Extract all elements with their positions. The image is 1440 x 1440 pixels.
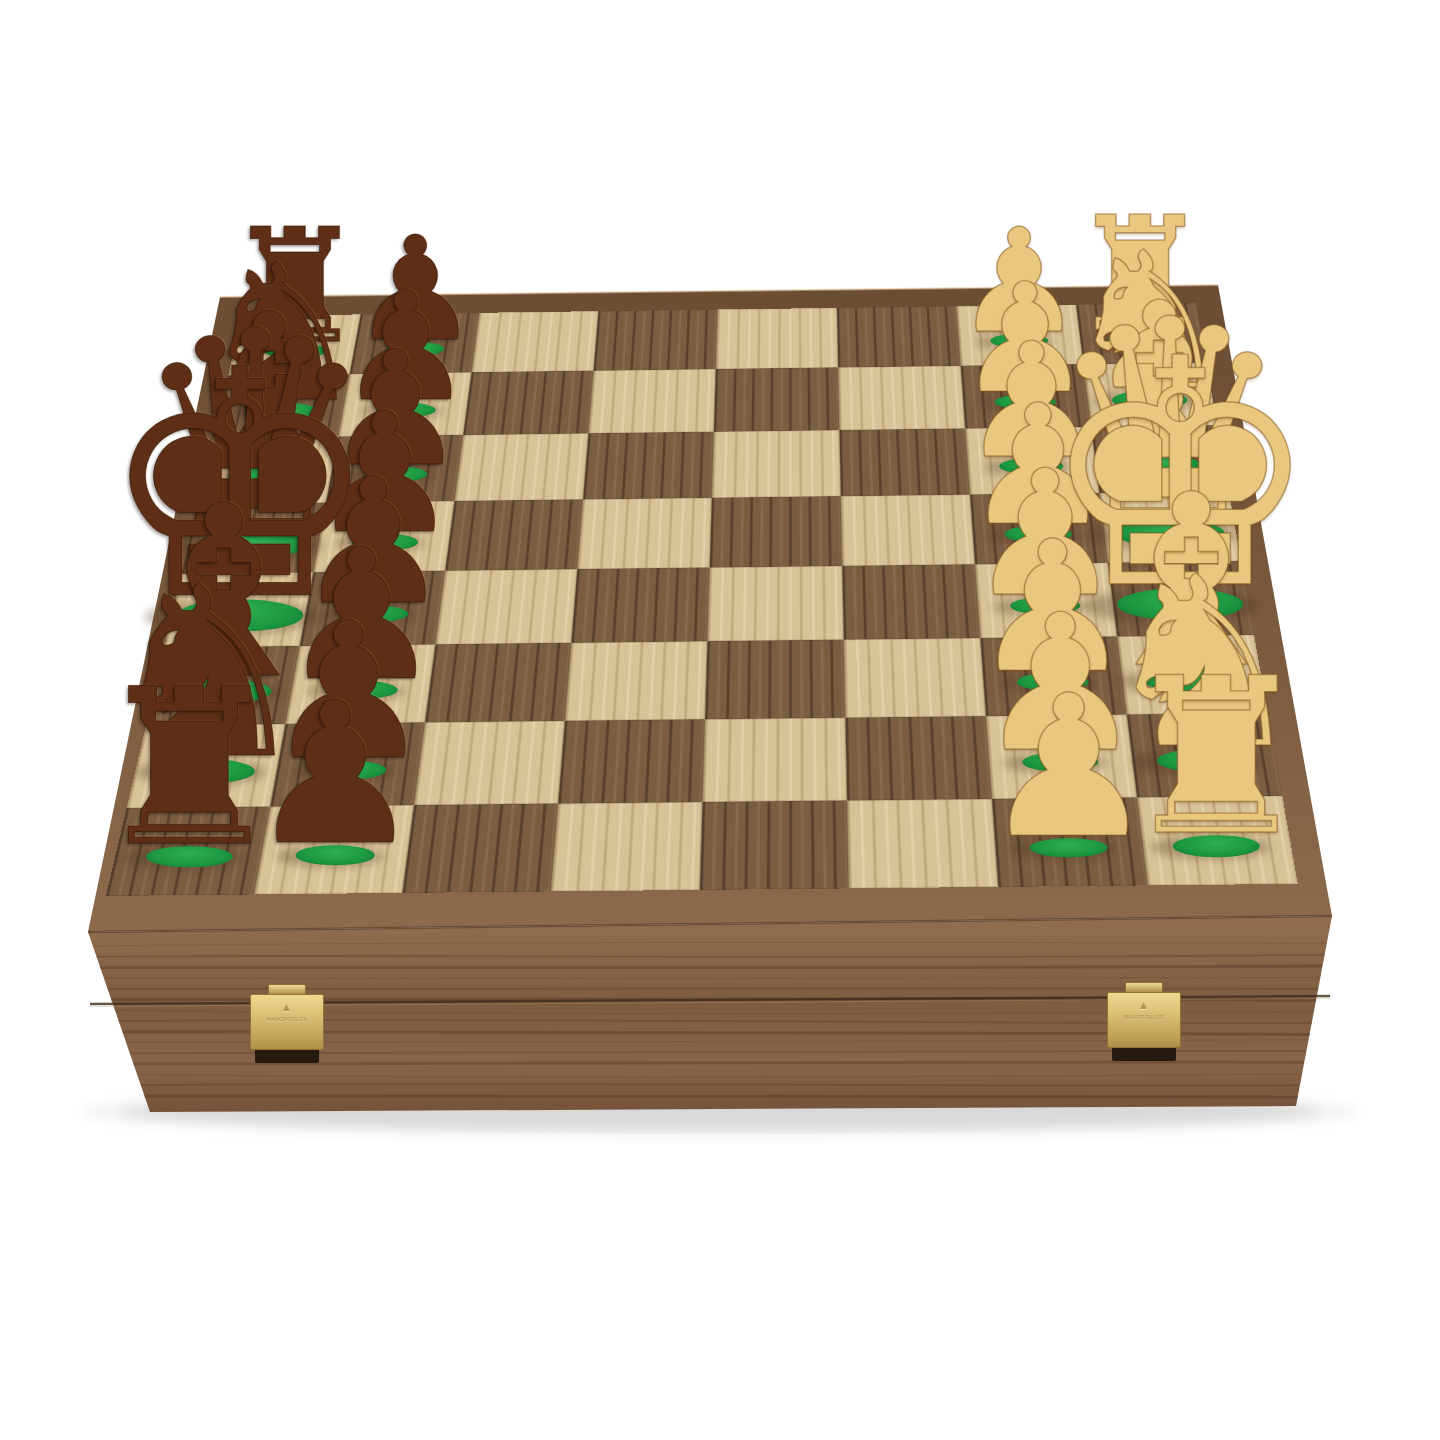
left-latch-clasp[interactable]: ▲ MANOPOULOS [250, 984, 324, 1063]
square-c5[interactable] [583, 432, 714, 500]
brand-engraving: MANOPOULOS [1113, 1014, 1174, 1019]
square-e6[interactable] [435, 569, 577, 644]
square-a6[interactable] [472, 311, 599, 372]
square-d5[interactable] [577, 498, 711, 569]
square-g4[interactable] [702, 718, 847, 802]
piece-bp-h7[interactable]: ♟ [247, 677, 423, 873]
square-b3[interactable] [838, 366, 965, 430]
square-f4[interactable] [705, 640, 845, 720]
square-e5[interactable] [571, 568, 709, 643]
square-e3[interactable] [842, 564, 980, 639]
square-a4[interactable] [716, 308, 838, 369]
square-c4[interactable] [712, 430, 841, 498]
square-h3[interactable] [847, 799, 998, 888]
latch-hinge [268, 984, 306, 994]
square-g3[interactable] [845, 716, 992, 800]
brand-logo-triangle-icon: ▲ [251, 1003, 323, 1012]
piece-wr-h1[interactable]: ♜ [1120, 650, 1314, 866]
chess-box-scene: ♜♟♟♜♞♟♟♞♝♟♟♝♛♟♟♛♚♟♟♚♝♟♟♝♞♟♟♞♜♟♟♜ ▲ MANOP… [0, 0, 1440, 1440]
latch-plate: ▲ MANOPOULOS [250, 994, 324, 1050]
square-c3[interactable] [839, 428, 970, 496]
square-e4[interactable] [707, 566, 843, 641]
square-g5[interactable] [558, 719, 705, 803]
square-f5[interactable] [565, 641, 708, 721]
square-b6[interactable] [463, 371, 593, 435]
square-f3[interactable] [844, 638, 986, 718]
square-f6[interactable] [425, 643, 571, 723]
square-d6[interactable] [445, 499, 583, 570]
square-h4[interactable] [700, 800, 849, 889]
square-b5[interactable] [588, 369, 715, 433]
square-d3[interactable] [841, 495, 975, 566]
latch-plate: ▲ MANOPOULOS [1107, 992, 1181, 1048]
square-d4[interactable] [710, 496, 843, 567]
square-h5[interactable] [551, 802, 703, 891]
latch-catch-plate [255, 1050, 319, 1063]
square-c6[interactable] [454, 433, 588, 501]
square-b4[interactable] [714, 367, 840, 431]
latch-catch-plate [1112, 1048, 1176, 1061]
brand-logo-triangle-icon: ▲ [1108, 1001, 1180, 1010]
latch-hinge [1125, 982, 1163, 992]
square-g6[interactable] [414, 721, 565, 805]
square-a3[interactable] [837, 306, 961, 367]
brand-engraving: MANOPOULOS [256, 1016, 317, 1021]
right-latch-clasp[interactable]: ▲ MANOPOULOS [1107, 982, 1181, 1061]
square-h6[interactable] [402, 804, 558, 893]
square-a5[interactable] [594, 310, 718, 371]
